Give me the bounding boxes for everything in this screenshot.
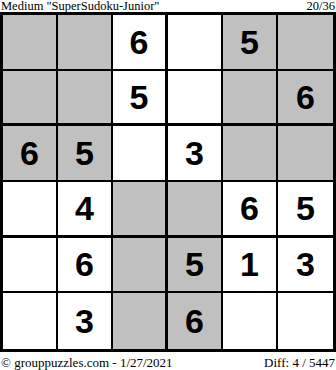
cell-digit: 3 — [296, 247, 315, 281]
cell-digit: 5 — [185, 247, 204, 281]
cell-r4c6[interactable]: 5 — [278, 182, 333, 238]
cell-digit: 5 — [130, 80, 149, 114]
copyright-text: © grouppuzzles.com - 1/27/2021 — [0, 355, 173, 370]
cell-r3c2[interactable]: 5 — [58, 126, 113, 182]
cell-r3c1[interactable]: 6 — [3, 126, 58, 182]
cell-r1c6[interactable] — [278, 15, 333, 71]
cell-r5c4[interactable]: 5 — [168, 238, 223, 294]
cell-r1c3[interactable]: 6 — [113, 15, 168, 71]
cell-r2c6[interactable]: 6 — [278, 71, 333, 127]
difficulty-text: Diff: 4 / 5447 — [264, 355, 336, 370]
footer: © grouppuzzles.com - 1/27/2021 Diff: 4 /… — [0, 352, 336, 370]
cell-r4c1[interactable] — [3, 182, 58, 238]
cell-r1c1[interactable] — [3, 15, 58, 71]
cell-r5c1[interactable] — [3, 238, 58, 294]
cell-digit: 6 — [20, 136, 39, 170]
board: 6556653465651336 — [0, 12, 336, 352]
cell-r4c4[interactable] — [168, 182, 223, 238]
cell-r2c1[interactable] — [3, 71, 58, 127]
cell-digit: 6 — [130, 25, 149, 59]
cell-digit: 6 — [75, 247, 94, 281]
cell-r6c4[interactable]: 6 — [168, 293, 223, 349]
cell-digit: 5 — [75, 136, 94, 170]
header: Medium "SuperSudoku-Junior" 20/36 — [0, 0, 336, 12]
cell-r6c2[interactable]: 3 — [58, 293, 113, 349]
cell-r3c6[interactable] — [278, 126, 333, 182]
cell-r2c4[interactable] — [168, 71, 223, 127]
cell-r2c5[interactable] — [223, 71, 278, 127]
cell-r3c3[interactable] — [113, 126, 168, 182]
cell-r4c5[interactable]: 6 — [223, 182, 278, 238]
cell-r4c3[interactable] — [113, 182, 168, 238]
cell-r5c5[interactable]: 1 — [223, 238, 278, 294]
cell-r4c2[interactable]: 4 — [58, 182, 113, 238]
cell-digit: 6 — [240, 191, 259, 225]
cell-r6c1[interactable] — [3, 293, 58, 349]
cell-r5c2[interactable]: 6 — [58, 238, 113, 294]
cell-digit: 5 — [296, 191, 315, 225]
cell-r5c3[interactable] — [113, 238, 168, 294]
cell-digit: 5 — [240, 25, 259, 59]
cell-digit: 4 — [75, 191, 94, 225]
cell-digit: 1 — [240, 247, 259, 281]
cell-digit: 3 — [185, 136, 204, 170]
cell-r6c5[interactable] — [223, 293, 278, 349]
cell-r6c6[interactable] — [278, 293, 333, 349]
cell-digit: 6 — [296, 80, 315, 114]
clue-counter: 20/36 — [307, 0, 336, 12]
cell-r3c5[interactable] — [223, 126, 278, 182]
cell-r2c3[interactable]: 5 — [113, 71, 168, 127]
cell-r1c5[interactable]: 5 — [223, 15, 278, 71]
cell-r2c2[interactable] — [58, 71, 113, 127]
cell-digit: 6 — [185, 304, 204, 338]
cell-r3c4[interactable]: 3 — [168, 126, 223, 182]
cell-r5c6[interactable]: 3 — [278, 238, 333, 294]
cell-r6c3[interactable] — [113, 293, 168, 349]
cell-r1c2[interactable] — [58, 15, 113, 71]
cell-r1c4[interactable] — [168, 15, 223, 71]
puzzle-title: Medium "SuperSudoku-Junior" — [0, 0, 159, 12]
cell-digit: 3 — [75, 304, 94, 338]
